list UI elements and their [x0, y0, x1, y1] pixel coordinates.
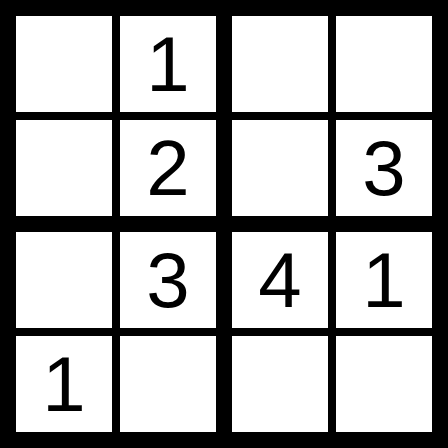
cell-r2c1[interactable] — [16, 120, 112, 216]
cell-r1c3[interactable] — [232, 16, 328, 112]
cell-r3c2[interactable]: 3 — [120, 232, 216, 328]
cell-r1c2[interactable]: 1 — [120, 16, 216, 112]
cell-r2c3[interactable] — [232, 120, 328, 216]
cell-r3c1[interactable] — [16, 232, 112, 328]
cell-r3c3[interactable]: 4 — [232, 232, 328, 328]
sudoku-board: 1233411 — [0, 0, 448, 448]
cell-r2c2[interactable]: 2 — [120, 120, 216, 216]
cell-r4c3[interactable] — [232, 336, 328, 432]
cell-r4c1[interactable]: 1 — [16, 336, 112, 432]
cell-r3c4[interactable]: 1 — [336, 232, 432, 328]
sudoku-grid: 1233411 — [16, 16, 432, 432]
cell-r4c2[interactable] — [120, 336, 216, 432]
cell-r1c1[interactable] — [16, 16, 112, 112]
cell-r2c4[interactable]: 3 — [336, 120, 432, 216]
cell-r4c4[interactable] — [336, 336, 432, 432]
cell-r1c4[interactable] — [336, 16, 432, 112]
